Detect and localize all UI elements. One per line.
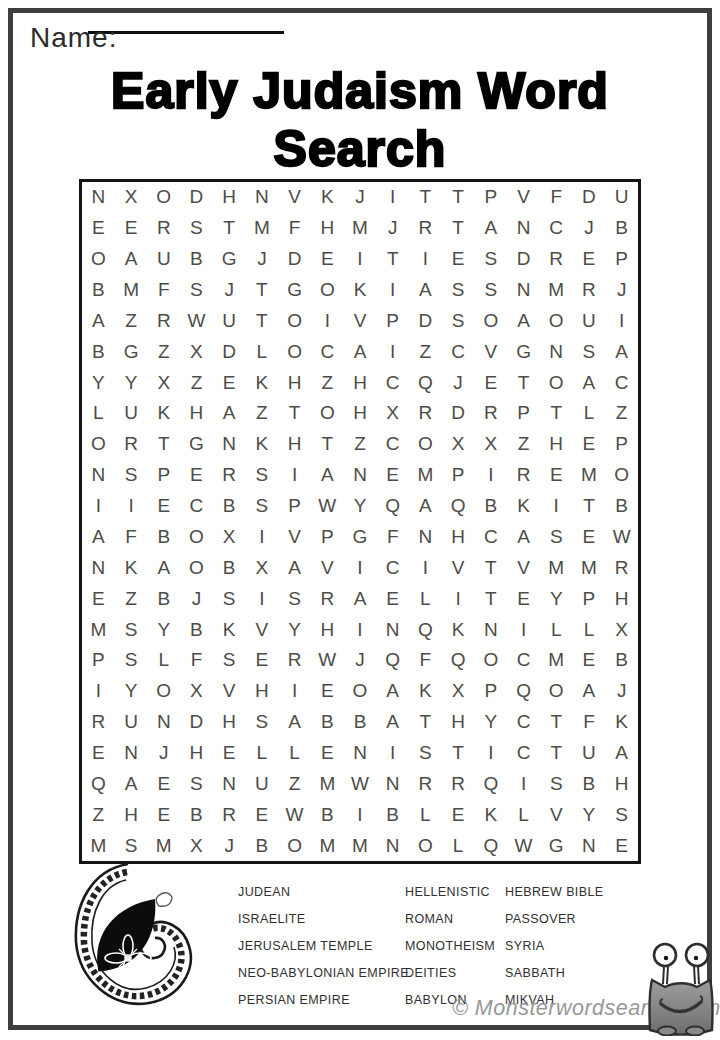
grid-cell[interactable]: M: [115, 275, 148, 306]
grid-cell[interactable]: X: [115, 182, 148, 213]
grid-cell[interactable]: B: [573, 768, 606, 799]
grid-cell[interactable]: S: [573, 336, 606, 367]
grid-cell[interactable]: W: [507, 830, 540, 861]
grid-cell[interactable]: C: [507, 738, 540, 769]
grid-cell[interactable]: H: [344, 398, 377, 429]
grid-cell[interactable]: T: [409, 182, 442, 213]
grid-cell[interactable]: E: [474, 367, 507, 398]
grid-cell[interactable]: S: [115, 645, 148, 676]
grid-cell[interactable]: T: [409, 707, 442, 738]
grid-cell[interactable]: K: [147, 398, 180, 429]
grid-cell[interactable]: A: [573, 367, 606, 398]
grid-cell[interactable]: P: [573, 583, 606, 614]
grid-cell[interactable]: H: [442, 707, 475, 738]
grid-cell[interactable]: G: [213, 244, 246, 275]
grid-cell[interactable]: N: [344, 738, 377, 769]
grid-cell[interactable]: Z: [311, 367, 344, 398]
grid-cell[interactable]: P: [311, 521, 344, 552]
grid-cell[interactable]: Y: [278, 614, 311, 645]
grid-cell[interactable]: O: [278, 336, 311, 367]
grid-cell[interactable]: R: [147, 213, 180, 244]
grid-cell[interactable]: Y: [115, 367, 148, 398]
grid-cell[interactable]: B: [213, 552, 246, 583]
word-search-grid[interactable]: NXODHNVKJITTPVFDUEERSTMFHMJRTANCJBOAUBGJ…: [79, 179, 641, 864]
grid-cell[interactable]: C: [180, 491, 213, 522]
grid-cell[interactable]: R: [147, 305, 180, 336]
grid-cell[interactable]: W: [180, 305, 213, 336]
grid-cell[interactable]: Q: [442, 491, 475, 522]
grid-cell[interactable]: G: [115, 336, 148, 367]
grid-cell[interactable]: Q: [409, 367, 442, 398]
grid-cell[interactable]: G: [540, 830, 573, 861]
grid-cell[interactable]: Y: [474, 707, 507, 738]
grid-cell[interactable]: X: [246, 552, 279, 583]
grid-cell[interactable]: L: [246, 336, 279, 367]
grid-cell[interactable]: A: [82, 305, 115, 336]
grid-cell[interactable]: T: [311, 429, 344, 460]
grid-cell[interactable]: V: [540, 799, 573, 830]
grid-cell[interactable]: A: [507, 305, 540, 336]
grid-cell[interactable]: T: [474, 552, 507, 583]
grid-cell[interactable]: N: [507, 213, 540, 244]
grid-cell[interactable]: T: [147, 429, 180, 460]
grid-cell[interactable]: F: [278, 213, 311, 244]
grid-cell[interactable]: J: [147, 738, 180, 769]
grid-cell[interactable]: M: [344, 213, 377, 244]
grid-cell[interactable]: U: [573, 305, 606, 336]
grid-cell[interactable]: N: [82, 182, 115, 213]
grid-cell[interactable]: W: [311, 491, 344, 522]
grid-cell[interactable]: H: [213, 182, 246, 213]
grid-cell[interactable]: P: [442, 460, 475, 491]
grid-cell[interactable]: P: [278, 491, 311, 522]
grid-cell[interactable]: L: [278, 738, 311, 769]
grid-cell[interactable]: J: [376, 213, 409, 244]
grid-cell[interactable]: R: [82, 707, 115, 738]
grid-cell[interactable]: E: [605, 830, 638, 861]
grid-cell[interactable]: D: [180, 707, 213, 738]
grid-cell[interactable]: S: [605, 799, 638, 830]
grid-cell[interactable]: T: [442, 738, 475, 769]
grid-cell[interactable]: O: [278, 305, 311, 336]
grid-cell[interactable]: C: [376, 552, 409, 583]
grid-cell[interactable]: E: [246, 645, 279, 676]
grid-cell[interactable]: I: [344, 799, 377, 830]
grid-cell[interactable]: T: [573, 491, 606, 522]
grid-cell[interactable]: O: [147, 676, 180, 707]
grid-cell[interactable]: S: [246, 460, 279, 491]
grid-cell[interactable]: E: [115, 213, 148, 244]
grid-cell[interactable]: K: [213, 614, 246, 645]
grid-cell[interactable]: K: [409, 676, 442, 707]
grid-cell[interactable]: H: [278, 429, 311, 460]
grid-cell[interactable]: P: [474, 182, 507, 213]
grid-cell[interactable]: M: [409, 460, 442, 491]
grid-cell[interactable]: U: [115, 707, 148, 738]
grid-cell[interactable]: S: [409, 738, 442, 769]
grid-cell[interactable]: C: [376, 429, 409, 460]
grid-cell[interactable]: G: [344, 521, 377, 552]
grid-cell[interactable]: E: [213, 738, 246, 769]
grid-cell[interactable]: X: [474, 429, 507, 460]
grid-cell[interactable]: T: [540, 398, 573, 429]
grid-cell[interactable]: V: [246, 614, 279, 645]
grid-cell[interactable]: H: [605, 583, 638, 614]
grid-cell[interactable]: G: [278, 275, 311, 306]
grid-cell[interactable]: O: [409, 830, 442, 861]
grid-cell[interactable]: J: [573, 213, 606, 244]
grid-cell[interactable]: U: [213, 305, 246, 336]
grid-cell[interactable]: B: [344, 707, 377, 738]
grid-cell[interactable]: F: [147, 275, 180, 306]
grid-cell[interactable]: E: [82, 583, 115, 614]
grid-cell[interactable]: I: [540, 491, 573, 522]
grid-cell[interactable]: M: [311, 830, 344, 861]
grid-cell[interactable]: S: [442, 305, 475, 336]
grid-cell[interactable]: R: [474, 398, 507, 429]
grid-cell[interactable]: O: [278, 830, 311, 861]
grid-cell[interactable]: M: [246, 213, 279, 244]
grid-cell[interactable]: C: [507, 707, 540, 738]
grid-cell[interactable]: B: [213, 491, 246, 522]
grid-cell[interactable]: P: [605, 429, 638, 460]
grid-cell[interactable]: D: [442, 398, 475, 429]
grid-cell[interactable]: H: [311, 614, 344, 645]
grid-cell[interactable]: P: [82, 645, 115, 676]
grid-cell[interactable]: T: [507, 367, 540, 398]
grid-cell[interactable]: E: [573, 645, 606, 676]
grid-cell[interactable]: O: [474, 305, 507, 336]
grid-cell[interactable]: I: [246, 521, 279, 552]
grid-cell[interactable]: I: [376, 275, 409, 306]
grid-cell[interactable]: T: [246, 305, 279, 336]
grid-cell[interactable]: U: [246, 768, 279, 799]
grid-cell[interactable]: I: [507, 768, 540, 799]
grid-cell[interactable]: L: [442, 830, 475, 861]
grid-cell[interactable]: R: [278, 645, 311, 676]
grid-cell[interactable]: Z: [180, 367, 213, 398]
grid-cell[interactable]: L: [409, 799, 442, 830]
grid-cell[interactable]: O: [409, 429, 442, 460]
grid-cell[interactable]: C: [311, 336, 344, 367]
grid-cell[interactable]: S: [246, 491, 279, 522]
grid-cell[interactable]: N: [507, 275, 540, 306]
grid-cell[interactable]: V: [344, 305, 377, 336]
grid-cell[interactable]: H: [180, 398, 213, 429]
grid-cell[interactable]: B: [180, 799, 213, 830]
grid-cell[interactable]: P: [147, 460, 180, 491]
grid-cell[interactable]: I: [474, 738, 507, 769]
grid-cell[interactable]: G: [507, 336, 540, 367]
grid-cell[interactable]: H: [605, 768, 638, 799]
grid-cell[interactable]: A: [573, 676, 606, 707]
grid-cell[interactable]: I: [442, 583, 475, 614]
grid-cell[interactable]: I: [376, 182, 409, 213]
grid-cell[interactable]: X: [376, 398, 409, 429]
grid-cell[interactable]: P: [507, 398, 540, 429]
grid-cell[interactable]: J: [605, 275, 638, 306]
grid-cell[interactable]: J: [442, 367, 475, 398]
grid-cell[interactable]: N: [573, 830, 606, 861]
grid-cell[interactable]: A: [213, 398, 246, 429]
grid-cell[interactable]: T: [246, 275, 279, 306]
grid-cell[interactable]: C: [540, 213, 573, 244]
grid-cell[interactable]: B: [605, 491, 638, 522]
grid-cell[interactable]: I: [311, 305, 344, 336]
grid-cell[interactable]: N: [82, 552, 115, 583]
grid-cell[interactable]: C: [442, 336, 475, 367]
grid-cell[interactable]: K: [442, 614, 475, 645]
grid-cell[interactable]: H: [311, 213, 344, 244]
grid-cell[interactable]: F: [573, 707, 606, 738]
grid-cell[interactable]: J: [344, 645, 377, 676]
grid-cell[interactable]: Y: [540, 583, 573, 614]
grid-cell[interactable]: X: [180, 336, 213, 367]
grid-cell[interactable]: L: [246, 738, 279, 769]
grid-cell[interactable]: F: [409, 645, 442, 676]
grid-cell[interactable]: M: [82, 614, 115, 645]
grid-cell[interactable]: V: [507, 182, 540, 213]
grid-cell[interactable]: E: [147, 799, 180, 830]
grid-cell[interactable]: V: [474, 336, 507, 367]
grid-cell[interactable]: C: [474, 521, 507, 552]
grid-cell[interactable]: B: [246, 830, 279, 861]
grid-cell[interactable]: E: [147, 491, 180, 522]
grid-cell[interactable]: H: [246, 676, 279, 707]
grid-cell[interactable]: D: [573, 182, 606, 213]
grid-cell[interactable]: T: [278, 398, 311, 429]
grid-cell[interactable]: E: [376, 460, 409, 491]
grid-cell[interactable]: O: [474, 645, 507, 676]
grid-cell[interactable]: X: [442, 676, 475, 707]
grid-cell[interactable]: H: [180, 738, 213, 769]
grid-cell[interactable]: E: [442, 244, 475, 275]
grid-cell[interactable]: O: [180, 552, 213, 583]
grid-cell[interactable]: V: [278, 182, 311, 213]
grid-cell[interactable]: G: [180, 429, 213, 460]
grid-cell[interactable]: A: [474, 213, 507, 244]
grid-cell[interactable]: I: [344, 614, 377, 645]
grid-cell[interactable]: T: [540, 738, 573, 769]
grid-cell[interactable]: A: [344, 336, 377, 367]
grid-cell[interactable]: A: [409, 275, 442, 306]
grid-cell[interactable]: Y: [344, 491, 377, 522]
grid-cell[interactable]: Z: [344, 429, 377, 460]
grid-cell[interactable]: O: [311, 275, 344, 306]
grid-cell[interactable]: N: [540, 336, 573, 367]
grid-cell[interactable]: N: [376, 768, 409, 799]
grid-cell[interactable]: A: [82, 521, 115, 552]
grid-cell[interactable]: Y: [573, 799, 606, 830]
grid-cell[interactable]: O: [344, 676, 377, 707]
grid-cell[interactable]: T: [540, 707, 573, 738]
grid-cell[interactable]: E: [376, 583, 409, 614]
grid-cell[interactable]: R: [213, 460, 246, 491]
grid-cell[interactable]: B: [147, 583, 180, 614]
grid-cell[interactable]: M: [573, 460, 606, 491]
grid-cell[interactable]: V: [507, 552, 540, 583]
grid-cell[interactable]: K: [246, 367, 279, 398]
grid-cell[interactable]: I: [474, 460, 507, 491]
grid-cell[interactable]: U: [605, 182, 638, 213]
grid-cell[interactable]: I: [409, 552, 442, 583]
grid-cell[interactable]: I: [246, 583, 279, 614]
grid-cell[interactable]: A: [605, 336, 638, 367]
grid-cell[interactable]: A: [409, 491, 442, 522]
grid-cell[interactable]: E: [442, 799, 475, 830]
grid-cell[interactable]: A: [115, 768, 148, 799]
grid-cell[interactable]: E: [147, 768, 180, 799]
grid-cell[interactable]: N: [376, 614, 409, 645]
grid-cell[interactable]: S: [213, 645, 246, 676]
grid-cell[interactable]: R: [573, 275, 606, 306]
grid-cell[interactable]: R: [409, 398, 442, 429]
grid-cell[interactable]: N: [82, 460, 115, 491]
grid-cell[interactable]: Z: [115, 305, 148, 336]
grid-cell[interactable]: L: [573, 614, 606, 645]
grid-cell[interactable]: I: [115, 491, 148, 522]
grid-cell[interactable]: J: [246, 244, 279, 275]
grid-cell[interactable]: E: [246, 799, 279, 830]
grid-cell[interactable]: I: [605, 305, 638, 336]
grid-cell[interactable]: B: [605, 645, 638, 676]
grid-cell[interactable]: E: [180, 460, 213, 491]
grid-cell[interactable]: Q: [82, 768, 115, 799]
grid-cell[interactable]: X: [213, 521, 246, 552]
grid-cell[interactable]: I: [82, 491, 115, 522]
grid-cell[interactable]: I: [507, 614, 540, 645]
grid-cell[interactable]: B: [376, 799, 409, 830]
grid-cell[interactable]: N: [344, 460, 377, 491]
grid-cell[interactable]: D: [278, 244, 311, 275]
grid-cell[interactable]: W: [278, 799, 311, 830]
grid-cell[interactable]: A: [605, 738, 638, 769]
grid-cell[interactable]: E: [311, 676, 344, 707]
grid-cell[interactable]: S: [180, 213, 213, 244]
grid-cell[interactable]: L: [573, 398, 606, 429]
grid-cell[interactable]: N: [376, 830, 409, 861]
grid-cell[interactable]: I: [376, 336, 409, 367]
grid-cell[interactable]: K: [344, 275, 377, 306]
grid-cell[interactable]: B: [474, 491, 507, 522]
grid-cell[interactable]: Q: [376, 491, 409, 522]
grid-cell[interactable]: T: [376, 244, 409, 275]
grid-cell[interactable]: N: [213, 429, 246, 460]
grid-cell[interactable]: S: [115, 460, 148, 491]
grid-cell[interactable]: D: [180, 182, 213, 213]
grid-cell[interactable]: Y: [82, 367, 115, 398]
grid-cell[interactable]: H: [115, 799, 148, 830]
grid-cell[interactable]: S: [442, 275, 475, 306]
grid-cell[interactable]: E: [573, 429, 606, 460]
grid-cell[interactable]: I: [376, 738, 409, 769]
grid-cell[interactable]: S: [246, 707, 279, 738]
grid-cell[interactable]: I: [344, 552, 377, 583]
grid-cell[interactable]: S: [180, 275, 213, 306]
grid-cell[interactable]: Q: [442, 645, 475, 676]
grid-cell[interactable]: X: [180, 676, 213, 707]
grid-cell[interactable]: Q: [474, 830, 507, 861]
grid-cell[interactable]: E: [573, 521, 606, 552]
grid-cell[interactable]: H: [540, 429, 573, 460]
grid-cell[interactable]: M: [311, 768, 344, 799]
grid-cell[interactable]: U: [573, 738, 606, 769]
grid-cell[interactable]: K: [474, 799, 507, 830]
grid-cell[interactable]: X: [442, 429, 475, 460]
grid-cell[interactable]: V: [311, 552, 344, 583]
grid-cell[interactable]: A: [507, 521, 540, 552]
grid-cell[interactable]: L: [540, 614, 573, 645]
grid-cell[interactable]: J: [180, 583, 213, 614]
grid-cell[interactable]: P: [376, 305, 409, 336]
grid-cell[interactable]: A: [147, 552, 180, 583]
grid-cell[interactable]: Q: [507, 676, 540, 707]
grid-cell[interactable]: C: [605, 367, 638, 398]
grid-cell[interactable]: O: [605, 460, 638, 491]
grid-cell[interactable]: R: [115, 429, 148, 460]
grid-cell[interactable]: A: [376, 707, 409, 738]
grid-cell[interactable]: D: [507, 244, 540, 275]
grid-cell[interactable]: N: [474, 614, 507, 645]
grid-cell[interactable]: E: [213, 367, 246, 398]
grid-cell[interactable]: R: [540, 244, 573, 275]
grid-cell[interactable]: Z: [82, 799, 115, 830]
grid-cell[interactable]: S: [540, 768, 573, 799]
grid-cell[interactable]: X: [147, 367, 180, 398]
grid-cell[interactable]: A: [376, 676, 409, 707]
grid-cell[interactable]: S: [213, 583, 246, 614]
grid-cell[interactable]: K: [246, 429, 279, 460]
grid-cell[interactable]: I: [409, 244, 442, 275]
grid-cell[interactable]: E: [82, 213, 115, 244]
grid-cell[interactable]: C: [507, 645, 540, 676]
grid-cell[interactable]: Y: [147, 614, 180, 645]
grid-cell[interactable]: J: [344, 182, 377, 213]
grid-cell[interactable]: B: [82, 336, 115, 367]
grid-cell[interactable]: K: [115, 552, 148, 583]
grid-cell[interactable]: V: [278, 521, 311, 552]
grid-cell[interactable]: B: [605, 213, 638, 244]
grid-cell[interactable]: X: [605, 614, 638, 645]
grid-cell[interactable]: K: [311, 182, 344, 213]
grid-cell[interactable]: Q: [376, 645, 409, 676]
grid-cell[interactable]: B: [82, 275, 115, 306]
grid-cell[interactable]: D: [409, 305, 442, 336]
grid-cell[interactable]: R: [409, 768, 442, 799]
grid-cell[interactable]: A: [115, 244, 148, 275]
grid-cell[interactable]: I: [278, 460, 311, 491]
grid-cell[interactable]: Z: [507, 429, 540, 460]
grid-cell[interactable]: B: [180, 614, 213, 645]
grid-cell[interactable]: O: [311, 398, 344, 429]
grid-cell[interactable]: S: [540, 521, 573, 552]
grid-cell[interactable]: Q: [474, 768, 507, 799]
grid-cell[interactable]: V: [442, 552, 475, 583]
grid-cell[interactable]: B: [311, 707, 344, 738]
grid-cell[interactable]: O: [180, 521, 213, 552]
grid-cell[interactable]: O: [82, 429, 115, 460]
grid-cell[interactable]: M: [573, 552, 606, 583]
grid-cell[interactable]: O: [147, 182, 180, 213]
grid-cell[interactable]: L: [507, 799, 540, 830]
grid-cell[interactable]: O: [540, 367, 573, 398]
grid-cell[interactable]: R: [507, 460, 540, 491]
grid-cell[interactable]: F: [376, 521, 409, 552]
grid-cell[interactable]: M: [540, 552, 573, 583]
grid-cell[interactable]: R: [213, 799, 246, 830]
grid-cell[interactable]: I: [278, 676, 311, 707]
grid-cell[interactable]: M: [540, 275, 573, 306]
